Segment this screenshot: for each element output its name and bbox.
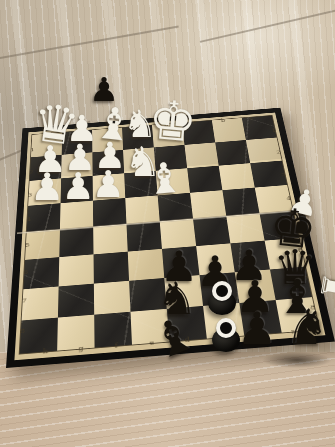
white-bishop-d3[interactable]: ♝ [144,156,185,201]
rook-top-ring-highlight [212,281,232,301]
black-knight-a8[interactable]: ♞ [285,303,329,352]
black-rook-c7[interactable] [207,281,237,315]
white-pawn-f3[interactable]: ♟ [91,166,124,203]
photo-scene: hhggffeeddccbbaa1122334455667788 ♛♟♝♞♚♟♟… [0,0,335,447]
white-pawn-g3[interactable]: ♟ [61,168,94,205]
white-rook-fallen[interactable]: ♜ [315,271,335,303]
black-rook-c8[interactable] [211,318,241,352]
pieces-layer: ♛♟♝♞♚♟♟♟♞♟♟♟♝♟♜♟♚♛♟♟♟♞♟♝♝♟♞ [0,0,335,447]
black-pawn-b8[interactable]: ♟ [237,306,277,351]
white-pawn-h3[interactable]: ♟ [30,168,64,206]
rook-top-ring-highlight [216,318,236,338]
